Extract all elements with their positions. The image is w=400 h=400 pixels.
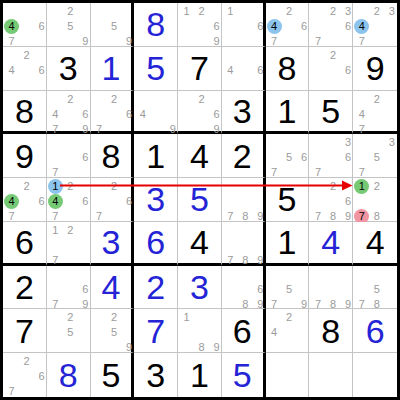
candidate-empty — [267, 150, 282, 165]
candidate-empty — [325, 63, 340, 78]
candidate-grid: 26 — [310, 48, 351, 89]
given-digit: 3 — [134, 353, 177, 397]
candidate-empty — [384, 19, 399, 34]
candidate-empty — [238, 267, 253, 282]
candidate-grid: 567 — [267, 135, 308, 176]
cell-r3c9[interactable]: 247 — [353, 91, 397, 135]
cell-r5c9[interactable]: 1278 — [353, 178, 397, 222]
cell-r5c1[interactable]: 2467 — [3, 178, 47, 222]
candidate-empty — [223, 194, 238, 209]
sudoku-board: 4672595981269162467236723472463157468269… — [0, 0, 400, 400]
candidate-empty — [238, 19, 253, 34]
candidate-empty — [223, 238, 238, 253]
candidate-2: 2 — [107, 179, 122, 194]
candidate-empty — [4, 354, 19, 369]
candidate-4: 4 — [267, 19, 282, 34]
cell-r1c3[interactable]: 59 — [91, 3, 135, 47]
candidate-grid: 267 — [92, 179, 131, 220]
candidate-empty — [325, 135, 340, 150]
cell-r1c4[interactable]: 8 — [134, 3, 178, 47]
candidate-empty — [354, 92, 369, 107]
candidate-empty — [282, 19, 297, 34]
candidate-empty — [238, 282, 253, 297]
candidate-empty — [48, 92, 63, 107]
cell-r7c7[interactable]: 579 — [266, 266, 310, 310]
candidate-empty — [238, 223, 253, 238]
given-digit: 2 — [3, 266, 46, 309]
candidate-3: 3 — [384, 135, 399, 150]
cell-r1c9[interactable]: 2347 — [353, 3, 397, 47]
candidate-empty — [354, 194, 369, 209]
candidate-empty — [238, 194, 253, 209]
candidate-4: 4 — [48, 107, 63, 122]
cell-r4c3[interactable]: 8 — [91, 134, 135, 178]
candidate-empty — [310, 179, 325, 194]
given-digit: 7 — [178, 47, 221, 90]
cell-r4c1[interactable]: 9 — [3, 134, 47, 178]
candidate-1: 1 — [354, 179, 369, 194]
given-digit: 1 — [266, 222, 309, 263]
cell-r5c3[interactable]: 267 — [91, 178, 135, 222]
cell-r2c5[interactable]: 7 — [178, 47, 222, 91]
cell-r8c6[interactable]: 6 — [222, 309, 266, 353]
candidate-empty — [19, 194, 34, 209]
candidate-empty — [325, 282, 340, 297]
candidate-empty — [48, 310, 63, 325]
candidate-empty — [267, 135, 282, 150]
cell-r7c1[interactable]: 2 — [3, 266, 47, 310]
cell-r4c8[interactable]: 367 — [309, 134, 353, 178]
cell-r2c9[interactable]: 9 — [353, 47, 397, 91]
solved-digit: 4 — [91, 266, 132, 309]
solved-digit: 5 — [178, 178, 221, 221]
candidate-empty — [48, 325, 63, 340]
cell-r1c1[interactable]: 467 — [3, 3, 47, 47]
candidate-empty — [63, 238, 78, 253]
candidate-empty — [4, 369, 19, 384]
given-digit: 5 — [309, 91, 352, 132]
candidate-empty — [92, 107, 107, 122]
cell-r6c2[interactable]: 127 — [47, 222, 91, 266]
candidate-empty — [92, 325, 107, 340]
candidate-empty — [267, 310, 282, 325]
given-digit: 2 — [222, 134, 263, 177]
candidate-grid: 269 — [179, 92, 220, 131]
candidate-grid: 789 — [310, 267, 351, 308]
candidate-2: 2 — [194, 92, 209, 107]
cell-r3c5[interactable]: 269 — [178, 91, 222, 135]
cell-r4c9[interactable]: 357 — [353, 134, 397, 178]
candidate-empty — [384, 194, 399, 209]
candidate-grid: 1278 — [354, 179, 396, 220]
candidate-empty — [384, 92, 399, 107]
candidate-4: 4 — [223, 63, 238, 78]
cell-r2c1[interactable]: 246 — [3, 47, 47, 91]
cell-r6c5[interactable]: 4 — [178, 222, 222, 266]
given-digit — [309, 353, 352, 397]
candidate-2: 2 — [282, 4, 297, 19]
candidate-grid: 247 — [354, 92, 396, 131]
candidate-empty — [48, 282, 63, 297]
solved-digit: 6 — [353, 309, 397, 352]
cell-r8c4[interactable]: 7 — [134, 309, 178, 353]
candidate-grid: 267 — [92, 92, 131, 131]
candidate-empty — [63, 194, 78, 209]
cell-r8c2[interactable]: 25 — [47, 309, 91, 353]
solved-digit: 6 — [134, 222, 177, 263]
candidate-2: 2 — [107, 92, 122, 107]
candidate-empty — [48, 150, 63, 165]
cell-r3c7[interactable]: 1 — [266, 91, 310, 135]
cell-r5c5[interactable]: 5 — [178, 178, 222, 222]
cell-r2c8[interactable]: 26 — [309, 47, 353, 91]
candidate-empty — [369, 135, 384, 150]
candidate-empty — [179, 19, 194, 34]
candidate-empty — [92, 92, 107, 107]
candidate-empty — [384, 150, 399, 165]
candidate-2: 2 — [325, 179, 340, 194]
cell-r8c1[interactable]: 7 — [3, 309, 47, 353]
candidate-grid: 578 — [354, 267, 396, 308]
candidate-5: 5 — [107, 325, 122, 340]
cell-r1c7[interactable]: 2467 — [266, 3, 310, 47]
cell-r9c5[interactable]: 1 — [178, 353, 222, 397]
candidate-empty — [310, 194, 325, 209]
given-digit: 8 — [3, 91, 46, 132]
cell-r2c7[interactable]: 8 — [266, 47, 310, 91]
cell-r8c5[interactable]: 189 — [178, 309, 222, 353]
candidate-empty — [223, 48, 238, 63]
candidate-empty — [19, 4, 34, 19]
solved-digit: 8 — [47, 353, 90, 397]
candidate-empty — [223, 19, 238, 34]
candidate-2: 2 — [369, 4, 384, 19]
candidate-empty — [194, 19, 209, 34]
cell-r3c6[interactable]: 3 — [222, 91, 266, 135]
cell-r1c2[interactable]: 259 — [47, 3, 91, 47]
given-digit: 4 — [178, 222, 221, 263]
given-digit: 8 — [266, 47, 309, 90]
given-digit: 5 — [91, 353, 132, 397]
candidate-empty — [179, 325, 194, 340]
candidate-4: 4 — [354, 107, 369, 122]
candidate-5: 5 — [369, 282, 384, 297]
cell-r8c7[interactable]: 24 — [266, 309, 310, 353]
candidate-2: 2 — [63, 179, 78, 194]
candidate-empty — [223, 282, 238, 297]
candidate-empty — [310, 150, 325, 165]
given-digit: 4 — [178, 134, 221, 177]
candidate-empty — [150, 107, 165, 122]
candidate-empty — [48, 238, 63, 253]
candidate-grid: 679 — [48, 267, 89, 308]
cell-r5c7[interactable]: 5 — [266, 178, 310, 222]
candidate-empty — [369, 194, 384, 209]
cell-r4c4[interactable]: 1 — [134, 134, 178, 178]
candidate-3: 3 — [384, 4, 399, 19]
candidate-2: 2 — [282, 310, 297, 325]
candidate-grid: 367 — [310, 135, 351, 176]
candidate-1: 1 — [48, 223, 63, 238]
candidate-5: 5 — [63, 325, 78, 340]
cell-r4c2[interactable]: 67 — [47, 134, 91, 178]
candidate-empty — [310, 135, 325, 150]
given-digit: 9 — [3, 134, 46, 177]
candidate-empty — [194, 310, 209, 325]
solved-digit: 3 — [134, 178, 177, 221]
candidate-1: 1 — [179, 4, 194, 19]
candidate-4: 4 — [267, 325, 282, 340]
candidate-empty — [354, 4, 369, 19]
candidate-4: 4 — [354, 19, 369, 34]
candidate-grid: 467 — [4, 4, 45, 45]
candidate-empty — [238, 48, 253, 63]
candidate-grid: 59 — [92, 4, 131, 45]
given-digit: 6 — [3, 222, 46, 263]
candidate-empty — [310, 48, 325, 63]
cell-r3c1[interactable]: 8 — [3, 91, 47, 135]
candidate-empty — [267, 4, 282, 19]
candidate-grid: 24679 — [48, 92, 89, 131]
given-digit: 1 — [134, 134, 177, 177]
candidate-empty — [4, 4, 19, 19]
cell-r7c5[interactable]: 3 — [178, 266, 222, 310]
cell-r7c9[interactable]: 578 — [353, 266, 397, 310]
candidate-empty — [48, 19, 63, 34]
cell-r6c9[interactable]: 4 — [353, 222, 397, 266]
solved-digit: 5 — [222, 353, 263, 397]
candidate-empty — [179, 107, 194, 122]
candidate-2: 2 — [325, 48, 340, 63]
candidate-empty — [48, 135, 63, 150]
candidate-empty — [179, 92, 194, 107]
cell-r4c6[interactable]: 2 — [222, 134, 266, 178]
candidate-empty — [282, 135, 297, 150]
candidate-empty — [19, 384, 34, 399]
candidate-1: 1 — [179, 310, 194, 325]
candidate-2: 2 — [19, 179, 34, 194]
candidate-grid: 1269 — [179, 4, 220, 45]
candidate-2: 2 — [63, 223, 78, 238]
cell-r5c6[interactable]: 789 — [222, 178, 266, 222]
candidate-empty — [19, 19, 34, 34]
candidate-grid: 25 — [48, 310, 89, 351]
candidate-grid: 67 — [48, 135, 89, 176]
candidate-empty — [354, 267, 369, 282]
candidate-2: 2 — [63, 92, 78, 107]
cell-r9c4[interactable]: 3 — [134, 353, 178, 397]
candidate-empty — [63, 150, 78, 165]
cell-r8c8[interactable]: 8 — [309, 309, 353, 353]
candidate-2: 2 — [369, 92, 384, 107]
candidate-5: 5 — [282, 150, 297, 165]
candidate-empty — [354, 282, 369, 297]
cell-r7c8[interactable]: 789 — [309, 266, 353, 310]
cell-r2c6[interactable]: 46 — [222, 47, 266, 91]
candidate-empty — [384, 107, 399, 122]
cell-r5c2[interactable]: 12467 — [47, 178, 91, 222]
cell-r6c3[interactable]: 3 — [91, 222, 135, 266]
candidate-4: 4 — [135, 107, 150, 122]
candidate-empty — [325, 19, 340, 34]
candidate-grid: 246 — [4, 48, 45, 89]
solved-digit: 5 — [134, 47, 177, 90]
given-digit: 9 — [353, 47, 397, 90]
cell-r9c2[interactable]: 8 — [47, 353, 91, 397]
candidate-grid: 127 — [48, 223, 89, 262]
candidate-grid: 46 — [223, 48, 262, 89]
candidate-7: 7 — [4, 384, 19, 399]
candidate-2: 2 — [19, 48, 34, 63]
candidate-grid: 789 — [223, 223, 262, 262]
candidate-empty — [150, 92, 165, 107]
candidate-empty — [282, 267, 297, 282]
candidate-empty — [310, 19, 325, 34]
candidate-grid: 12467 — [48, 179, 89, 220]
candidate-2: 2 — [63, 310, 78, 325]
cell-r7c3[interactable]: 4 — [91, 266, 135, 310]
candidate-4: 4 — [4, 194, 19, 209]
cell-r5c4[interactable]: 3 — [134, 178, 178, 222]
candidate-empty — [223, 179, 238, 194]
candidate-empty — [325, 194, 340, 209]
cell-r9c3[interactable]: 5 — [91, 353, 135, 397]
candidate-5: 5 — [369, 150, 384, 165]
candidate-empty — [92, 19, 107, 34]
candidate-1: 1 — [48, 179, 63, 194]
cell-r7c4[interactable]: 2 — [134, 266, 178, 310]
candidate-empty — [107, 4, 122, 19]
cell-r3c4[interactable]: 49 — [134, 91, 178, 135]
candidate-grid: 2347 — [354, 4, 396, 45]
candidate-grid: 789 — [223, 179, 262, 220]
cell-r3c2[interactable]: 24679 — [47, 91, 91, 135]
given-digit: 3 — [47, 47, 90, 90]
cell-r2c3[interactable]: 1 — [91, 47, 135, 91]
candidate-4: 4 — [4, 63, 19, 78]
solved-digit: 1 — [91, 47, 132, 90]
cell-r2c2[interactable]: 3 — [47, 47, 91, 91]
candidate-empty — [63, 282, 78, 297]
cell-r9c1[interactable]: 267 — [3, 353, 47, 397]
candidate-empty — [4, 48, 19, 63]
candidate-empty — [282, 325, 297, 340]
candidate-empty — [63, 267, 78, 282]
candidate-empty — [384, 282, 399, 297]
cell-r3c8[interactable]: 5 — [309, 91, 353, 135]
candidate-empty — [19, 369, 34, 384]
candidate-empty — [48, 4, 63, 19]
candidate-grid: 49 — [135, 92, 176, 131]
solved-digit: 3 — [91, 222, 132, 263]
cell-r7c2[interactable]: 679 — [47, 266, 91, 310]
cell-r2c4[interactable]: 5 — [134, 47, 178, 91]
candidate-empty — [223, 267, 238, 282]
cell-r1c6[interactable]: 16 — [222, 3, 266, 47]
cell-r9c8[interactable] — [309, 353, 353, 397]
candidate-1: 1 — [223, 4, 238, 19]
candidate-empty — [384, 179, 399, 194]
candidate-empty — [369, 19, 384, 34]
candidate-grid: 259 — [48, 4, 89, 45]
given-digit: 4 — [353, 222, 397, 263]
cell-r4c7[interactable]: 567 — [266, 134, 310, 178]
cell-r4c5[interactable]: 4 — [178, 134, 222, 178]
cell-r1c5[interactable]: 1269 — [178, 3, 222, 47]
given-digit: 8 — [309, 309, 352, 352]
cell-r7c6[interactable]: 689 — [222, 266, 266, 310]
candidate-2: 2 — [194, 4, 209, 19]
candidate-5: 5 — [63, 19, 78, 34]
cell-r9c7[interactable] — [266, 353, 310, 397]
candidate-2: 2 — [369, 179, 384, 194]
candidate-empty — [310, 63, 325, 78]
candidate-5: 5 — [282, 282, 297, 297]
cell-r6c6[interactable]: 789 — [222, 222, 266, 266]
candidate-grid: 259 — [92, 310, 131, 351]
candidate-empty — [107, 194, 122, 209]
candidate-grid: 579 — [267, 267, 308, 308]
candidate-empty — [48, 267, 63, 282]
cell-r6c7[interactable]: 1 — [266, 222, 310, 266]
candidate-grid: 16 — [223, 4, 262, 45]
solved-digit: 3 — [178, 266, 221, 309]
candidate-empty — [92, 4, 107, 19]
given-digit — [353, 353, 397, 397]
cell-r3c3[interactable]: 267 — [91, 91, 135, 135]
given-digit: 7 — [3, 309, 46, 352]
candidate-grid: 267 — [4, 354, 45, 396]
candidate-grid: 2367 — [310, 4, 351, 45]
candidate-2: 2 — [325, 4, 340, 19]
cell-r9c6[interactable]: 5 — [222, 353, 266, 397]
given-digit: 8 — [91, 134, 132, 177]
candidate-5: 5 — [107, 19, 122, 34]
candidate-2: 2 — [63, 4, 78, 19]
candidate-empty — [19, 63, 34, 78]
candidate-empty — [354, 150, 369, 165]
candidate-empty — [238, 63, 253, 78]
candidate-empty — [238, 238, 253, 253]
given-digit: 1 — [266, 91, 309, 132]
candidate-4: 4 — [4, 19, 19, 34]
candidate-empty — [384, 267, 399, 282]
cell-r1c8[interactable]: 2367 — [309, 3, 353, 47]
candidate-2: 2 — [107, 310, 122, 325]
candidate-grid: 26789 — [310, 179, 351, 220]
candidate-empty — [4, 179, 19, 194]
given-digit: 5 — [266, 178, 309, 221]
candidate-empty — [223, 223, 238, 238]
candidate-empty — [63, 107, 78, 122]
cell-r6c1[interactable]: 6 — [3, 222, 47, 266]
candidate-2: 2 — [19, 354, 34, 369]
cell-r6c8[interactable]: 4 — [309, 222, 353, 266]
candidate-empty — [354, 135, 369, 150]
cell-r6c4[interactable]: 6 — [134, 222, 178, 266]
candidate-4: 4 — [48, 194, 63, 209]
candidate-empty — [310, 267, 325, 282]
cell-r9c9[interactable] — [353, 353, 397, 397]
given-digit: 6 — [222, 309, 263, 352]
cell-r5c8[interactable]: 26789 — [309, 178, 353, 222]
candidate-grid: 689 — [223, 267, 262, 308]
given-digit — [266, 353, 309, 397]
solved-digit: 8 — [134, 3, 177, 46]
candidate-empty — [369, 267, 384, 282]
cell-r8c9[interactable]: 6 — [353, 309, 397, 353]
cell-r8c3[interactable]: 259 — [91, 309, 135, 353]
